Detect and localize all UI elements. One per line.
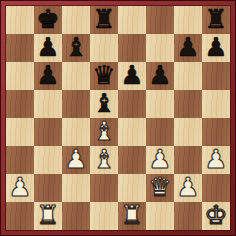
black-pawn-icon: ♟ [176, 34, 199, 60]
square-f4[interactable] [146, 118, 174, 146]
white-queen-icon: ♛ [148, 174, 171, 200]
square-b7[interactable]: ♟ [34, 34, 62, 62]
square-b8[interactable]: ♚ [34, 6, 62, 34]
black-pawn-icon: ♟ [36, 34, 59, 60]
black-queen-icon: ♛ [92, 62, 115, 88]
square-c1[interactable] [62, 202, 90, 230]
square-a8[interactable] [6, 6, 34, 34]
board-frame: ♚♜♜♟♝♟♟♟♛♟♟♝♝♟♝♟♟♟♛♟♜♜♚ [0, 0, 236, 236]
black-king-icon: ♚ [36, 6, 59, 32]
square-h5[interactable] [202, 90, 230, 118]
white-rook-icon: ♜ [120, 202, 143, 228]
white-pawn-icon: ♟ [148, 146, 171, 172]
black-rook-icon: ♜ [204, 6, 227, 32]
square-e6[interactable]: ♟ [118, 62, 146, 90]
square-b3[interactable] [34, 146, 62, 174]
white-bishop-icon: ♝ [92, 146, 115, 172]
square-a2[interactable]: ♟ [6, 174, 34, 202]
square-g8[interactable] [174, 6, 202, 34]
square-g4[interactable] [174, 118, 202, 146]
square-c2[interactable] [62, 174, 90, 202]
square-a4[interactable] [6, 118, 34, 146]
white-rook-icon: ♜ [36, 202, 59, 228]
square-g6[interactable] [174, 62, 202, 90]
square-h6[interactable] [202, 62, 230, 90]
square-d4[interactable]: ♝ [90, 118, 118, 146]
square-a3[interactable] [6, 146, 34, 174]
black-pawn-icon: ♟ [148, 62, 171, 88]
square-b5[interactable] [34, 90, 62, 118]
black-bishop-icon: ♝ [92, 90, 115, 116]
square-d7[interactable] [90, 34, 118, 62]
white-king-icon: ♚ [204, 202, 227, 228]
square-e5[interactable] [118, 90, 146, 118]
black-pawn-icon: ♟ [36, 62, 59, 88]
square-h2[interactable] [202, 174, 230, 202]
square-a1[interactable] [6, 202, 34, 230]
square-b4[interactable] [34, 118, 62, 146]
square-g2[interactable]: ♟ [174, 174, 202, 202]
square-f1[interactable] [146, 202, 174, 230]
square-d5[interactable]: ♝ [90, 90, 118, 118]
square-e7[interactable] [118, 34, 146, 62]
square-d3[interactable]: ♝ [90, 146, 118, 174]
square-f7[interactable] [146, 34, 174, 62]
square-h1[interactable]: ♚ [202, 202, 230, 230]
black-pawn-icon: ♟ [204, 34, 227, 60]
square-f8[interactable] [146, 6, 174, 34]
square-h7[interactable]: ♟ [202, 34, 230, 62]
square-c6[interactable] [62, 62, 90, 90]
white-pawn-icon: ♟ [204, 146, 227, 172]
square-g1[interactable] [174, 202, 202, 230]
square-b6[interactable]: ♟ [34, 62, 62, 90]
black-rook-icon: ♜ [92, 6, 115, 32]
square-c3[interactable]: ♟ [62, 146, 90, 174]
square-h4[interactable] [202, 118, 230, 146]
square-d2[interactable] [90, 174, 118, 202]
square-b2[interactable] [34, 174, 62, 202]
square-d6[interactable]: ♛ [90, 62, 118, 90]
square-b1[interactable]: ♜ [34, 202, 62, 230]
square-f2[interactable]: ♛ [146, 174, 174, 202]
white-pawn-icon: ♟ [8, 174, 31, 200]
square-f3[interactable]: ♟ [146, 146, 174, 174]
square-e3[interactable] [118, 146, 146, 174]
square-a7[interactable] [6, 34, 34, 62]
white-pawn-icon: ♟ [64, 146, 87, 172]
white-pawn-icon: ♟ [176, 174, 199, 200]
square-d1[interactable] [90, 202, 118, 230]
square-c5[interactable] [62, 90, 90, 118]
square-a5[interactable] [6, 90, 34, 118]
square-e2[interactable] [118, 174, 146, 202]
white-bishop-icon: ♝ [92, 118, 115, 144]
square-c7[interactable]: ♝ [62, 34, 90, 62]
black-bishop-icon: ♝ [64, 34, 87, 60]
square-h3[interactable]: ♟ [202, 146, 230, 174]
square-a6[interactable] [6, 62, 34, 90]
square-f5[interactable] [146, 90, 174, 118]
square-e1[interactable]: ♜ [118, 202, 146, 230]
black-pawn-icon: ♟ [120, 62, 143, 88]
square-g3[interactable] [174, 146, 202, 174]
chess-board: ♚♜♜♟♝♟♟♟♛♟♟♝♝♟♝♟♟♟♛♟♜♜♚ [6, 6, 230, 230]
square-g5[interactable] [174, 90, 202, 118]
square-c4[interactable] [62, 118, 90, 146]
square-h8[interactable]: ♜ [202, 6, 230, 34]
square-d8[interactable]: ♜ [90, 6, 118, 34]
square-f6[interactable]: ♟ [146, 62, 174, 90]
square-e8[interactable] [118, 6, 146, 34]
square-c8[interactable] [62, 6, 90, 34]
square-e4[interactable] [118, 118, 146, 146]
square-g7[interactable]: ♟ [174, 34, 202, 62]
